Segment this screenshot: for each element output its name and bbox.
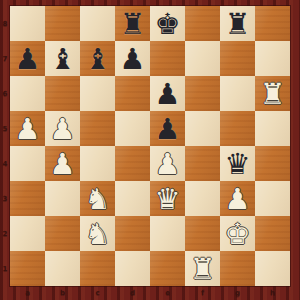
square-d2[interactable] (115, 216, 150, 251)
black-pawn-e5[interactable]: ♟ (150, 111, 185, 146)
square-e5[interactable]: ♟ (150, 111, 185, 146)
square-f3[interactable] (185, 181, 220, 216)
square-f2[interactable] (185, 216, 220, 251)
file-label-g: g (220, 286, 255, 300)
black-king-e8[interactable]: ♚ (150, 6, 185, 41)
file-label-d: d (115, 286, 150, 300)
square-g8[interactable]: ♜ (220, 6, 255, 41)
white-king-g2[interactable]: ♚ (220, 216, 255, 251)
square-b7[interactable]: ♝ (45, 41, 80, 76)
white-pawn-g3[interactable]: ♟ (220, 181, 255, 216)
square-c5[interactable] (80, 111, 115, 146)
square-c3[interactable]: ♞ (80, 181, 115, 216)
white-knight-c2[interactable]: ♞ (80, 216, 115, 251)
square-g2[interactable]: ♚ (220, 216, 255, 251)
square-b2[interactable] (45, 216, 80, 251)
square-g6[interactable] (220, 76, 255, 111)
black-rook-d8[interactable]: ♜ (115, 6, 150, 41)
file-label-c: c (80, 286, 115, 300)
square-a5[interactable]: ♟ (10, 111, 45, 146)
square-e1[interactable] (150, 251, 185, 286)
white-rook-h6[interactable]: ♜ (255, 76, 290, 111)
white-rook-f1[interactable]: ♜ (185, 251, 220, 286)
white-pawn-b4[interactable]: ♟ (45, 146, 80, 181)
black-pawn-a7[interactable]: ♟ (10, 41, 45, 76)
square-c8[interactable] (80, 6, 115, 41)
square-g7[interactable] (220, 41, 255, 76)
rank-label-5: 5 (0, 111, 10, 146)
rank-label-6: 6 (0, 76, 10, 111)
square-d5[interactable] (115, 111, 150, 146)
white-pawn-e4[interactable]: ♟ (150, 146, 185, 181)
square-c4[interactable] (80, 146, 115, 181)
square-d8[interactable]: ♜ (115, 6, 150, 41)
black-queen-g4[interactable]: ♛ (220, 146, 255, 181)
square-b3[interactable] (45, 181, 80, 216)
square-h6[interactable]: ♜ (255, 76, 290, 111)
white-pawn-a5[interactable]: ♟ (10, 111, 45, 146)
square-a8[interactable] (10, 6, 45, 41)
black-pawn-e6[interactable]: ♟ (150, 76, 185, 111)
file-labels: abcdefgh (10, 286, 290, 300)
square-e4[interactable]: ♟ (150, 146, 185, 181)
square-e3[interactable]: ♛ (150, 181, 185, 216)
square-a2[interactable] (10, 216, 45, 251)
square-d1[interactable] (115, 251, 150, 286)
rank-label-8: 8 (0, 6, 10, 41)
square-c7[interactable]: ♝ (80, 41, 115, 76)
square-g5[interactable] (220, 111, 255, 146)
square-b1[interactable] (45, 251, 80, 286)
square-b4[interactable]: ♟ (45, 146, 80, 181)
square-a3[interactable] (10, 181, 45, 216)
rank-label-4: 4 (0, 146, 10, 181)
square-d3[interactable] (115, 181, 150, 216)
square-h2[interactable] (255, 216, 290, 251)
square-f1[interactable]: ♜ (185, 251, 220, 286)
square-f7[interactable] (185, 41, 220, 76)
square-f8[interactable] (185, 6, 220, 41)
rank-label-2: 2 (0, 216, 10, 251)
chess-board-screenshot: 87654321 abcdefgh ♜♚♜♟♝♝♟♟♜♟♟♟♟♟♛♞♛♟♞♚♜ (0, 0, 300, 300)
square-g3[interactable]: ♟ (220, 181, 255, 216)
square-h7[interactable] (255, 41, 290, 76)
white-knight-c3[interactable]: ♞ (80, 181, 115, 216)
square-h5[interactable] (255, 111, 290, 146)
white-queen-e3[interactable]: ♛ (150, 181, 185, 216)
white-pawn-b5[interactable]: ♟ (45, 111, 80, 146)
square-c2[interactable]: ♞ (80, 216, 115, 251)
file-label-f: f (185, 286, 220, 300)
rank-label-7: 7 (0, 41, 10, 76)
black-pawn-d7[interactable]: ♟ (115, 41, 150, 76)
square-c1[interactable] (80, 251, 115, 286)
file-label-b: b (45, 286, 80, 300)
rank-label-1: 1 (0, 251, 10, 286)
rank-labels: 87654321 (0, 6, 10, 286)
rank-label-3: 3 (0, 181, 10, 216)
square-b5[interactable]: ♟ (45, 111, 80, 146)
square-e8[interactable]: ♚ (150, 6, 185, 41)
square-a1[interactable] (10, 251, 45, 286)
black-rook-g8[interactable]: ♜ (220, 6, 255, 41)
square-g4[interactable]: ♛ (220, 146, 255, 181)
square-h4[interactable] (255, 146, 290, 181)
square-a7[interactable]: ♟ (10, 41, 45, 76)
square-f4[interactable] (185, 146, 220, 181)
square-f5[interactable] (185, 111, 220, 146)
file-label-h: h (255, 286, 290, 300)
black-bishop-b7[interactable]: ♝ (45, 41, 80, 76)
square-h1[interactable] (255, 251, 290, 286)
square-d4[interactable] (115, 146, 150, 181)
square-e2[interactable] (150, 216, 185, 251)
square-e7[interactable] (150, 41, 185, 76)
file-label-e: e (150, 286, 185, 300)
square-e6[interactable]: ♟ (150, 76, 185, 111)
square-a6[interactable] (10, 76, 45, 111)
square-d7[interactable]: ♟ (115, 41, 150, 76)
square-g1[interactable] (220, 251, 255, 286)
file-label-a: a (10, 286, 45, 300)
square-c6[interactable] (80, 76, 115, 111)
square-f6[interactable] (185, 76, 220, 111)
black-bishop-c7[interactable]: ♝ (80, 41, 115, 76)
chess-board: ♜♚♜♟♝♝♟♟♜♟♟♟♟♟♛♞♛♟♞♚♜ (10, 6, 290, 286)
square-h3[interactable] (255, 181, 290, 216)
square-b6[interactable] (45, 76, 80, 111)
square-a4[interactable] (10, 146, 45, 181)
square-d6[interactable] (115, 76, 150, 111)
square-b8[interactable] (45, 6, 80, 41)
square-h8[interactable] (255, 6, 290, 41)
